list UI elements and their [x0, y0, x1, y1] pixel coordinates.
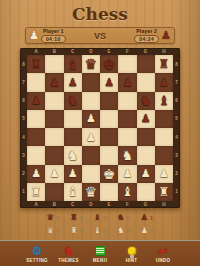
square-e2[interactable]: ♚ [100, 165, 118, 183]
square-e4[interactable] [100, 128, 118, 146]
square-g6[interactable]: ♞ [137, 92, 155, 110]
white-pawn: ♟ [68, 168, 78, 179]
square-d7[interactable] [82, 73, 100, 91]
captured-count: 0 [56, 228, 59, 234]
captured-white-rook: ♜0 [70, 227, 83, 235]
square-h7[interactable]: ♟ [155, 73, 173, 91]
black-knight: ♞ [67, 94, 79, 107]
menu-icon [95, 246, 106, 256]
square-b8[interactable] [45, 55, 63, 73]
square-b2[interactable]: ♟ [45, 165, 63, 183]
black-bishop-icon: ♝ [94, 214, 101, 222]
captured-white-pawn: ♟0 [141, 227, 154, 235]
white-pawn: ♟ [122, 168, 132, 179]
square-h5[interactable] [155, 110, 173, 128]
square-a8[interactable]: ♜ [27, 55, 45, 73]
captured-count: 0 [103, 215, 106, 221]
white-pawn-icon: ♟ [29, 30, 39, 41]
rank-labels-right: 87654321 [173, 55, 180, 201]
tray-expand-chevron-icon[interactable]: › [182, 216, 186, 227]
square-g1[interactable] [137, 183, 155, 201]
square-b3[interactable] [45, 146, 63, 164]
square-b4[interactable] [45, 128, 63, 146]
white-pawn-icon: ♟ [141, 227, 148, 235]
square-b5[interactable] [45, 110, 63, 128]
square-h1[interactable]: ♜ [155, 183, 173, 201]
captured-count: 0 [79, 228, 82, 234]
square-c5[interactable] [64, 110, 82, 128]
white-queen: ♛ [85, 184, 98, 198]
white-pawn: ♟ [49, 168, 59, 179]
square-a5[interactable] [27, 110, 45, 128]
black-knight-icon: ♞ [117, 214, 124, 222]
captured-black-row: ♛0♜0♝0♞0♟1 [18, 211, 182, 224]
square-c1[interactable]: ♝ [64, 183, 82, 201]
square-d8[interactable]: ♛ [82, 55, 100, 73]
square-g8[interactable] [137, 55, 155, 73]
file-labels-top: ABCDEFGH [27, 48, 173, 55]
black-king: ♚ [103, 57, 116, 71]
captured-white-knight: ♞0 [117, 227, 130, 235]
captured-count: 1 [150, 215, 153, 221]
captured-count: 0 [56, 215, 59, 221]
square-a3[interactable] [27, 146, 45, 164]
captured-count: 0 [103, 228, 106, 234]
black-pawn: ♟ [159, 76, 169, 87]
square-e5[interactable] [100, 110, 118, 128]
square-g5[interactable]: ♟ [137, 110, 155, 128]
black-rook: ♜ [158, 58, 169, 70]
setting-button[interactable]: ⚙ SETTING [24, 245, 50, 263]
captured-count: 0 [150, 228, 153, 234]
square-d3[interactable] [82, 146, 100, 164]
gear-icon: ⚙ [32, 245, 43, 257]
square-c6[interactable]: ♞ [64, 92, 82, 110]
captured-black-queen: ♛0 [47, 214, 60, 222]
square-a7[interactable] [27, 73, 45, 91]
chess-board: ♜♝♛♚♜♟♟♟♟♟♟♞♞♝♟♟♟♞♞♟♟♟♚♟♟♟♜♝♛♝♜ [27, 55, 173, 201]
square-f3[interactable]: ♞ [118, 146, 136, 164]
square-f6[interactable] [118, 92, 136, 110]
square-h8[interactable]: ♜ [155, 55, 173, 73]
square-h6[interactable]: ♝ [155, 92, 173, 110]
captured-count: 0 [126, 215, 129, 221]
captured-black-rook: ♜0 [70, 214, 83, 222]
captured-count: 0 [126, 228, 129, 234]
white-knight: ♞ [67, 148, 79, 161]
square-c2[interactable]: ♟ [64, 165, 82, 183]
square-f5[interactable] [118, 110, 136, 128]
black-pawn: ♟ [68, 76, 78, 87]
player2-name: Player 2 [136, 28, 157, 34]
square-d4[interactable]: ♟ [82, 128, 100, 146]
white-pawn: ♟ [141, 168, 151, 179]
captured-black-pawn: ♟1 [141, 214, 154, 222]
page-title: Chess [0, 4, 200, 24]
square-h2[interactable]: ♟ [155, 165, 173, 183]
square-f8[interactable] [118, 55, 136, 73]
captured-white-row: ♛0♜0♝0♞0♟0 [18, 224, 182, 237]
square-c8[interactable]: ♝ [64, 55, 82, 73]
square-g3[interactable] [137, 146, 155, 164]
square-f2[interactable]: ♟ [118, 165, 136, 183]
white-queen-icon: ♛ [47, 227, 54, 235]
white-bishop-icon: ♝ [94, 227, 101, 235]
black-queen: ♛ [85, 57, 98, 71]
square-e3[interactable] [100, 146, 118, 164]
black-pawn-icon: ♟ [161, 30, 171, 41]
captured-black-bishop: ♝0 [94, 214, 107, 222]
black-pawn: ♟ [104, 76, 114, 87]
captured-pieces-tray: ♛0♜0♝0♞0♟1 ♛0♜0♝0♞0♟0 › [18, 211, 182, 237]
square-h3[interactable] [155, 146, 173, 164]
chess-app: Chess ♟ Player 1 04:10 VS Player 2 04:24… [0, 0, 200, 266]
undo-icon: ↩ [158, 245, 168, 256]
white-rook: ♜ [158, 185, 169, 197]
square-e1[interactable] [100, 183, 118, 201]
square-c7[interactable]: ♟ [64, 73, 82, 91]
menu-button[interactable]: MENU [87, 245, 113, 263]
player1-name: Player 1 [43, 28, 64, 34]
knight-icon: ♞ [63, 245, 74, 257]
themes-button[interactable]: ♞ THEMES [56, 245, 82, 263]
captured-count: 0 [79, 215, 82, 221]
white-pawn: ♟ [86, 131, 96, 142]
black-bishop: ♝ [67, 57, 79, 70]
white-pawn: ♟ [159, 168, 169, 179]
square-f1[interactable]: ♝ [118, 183, 136, 201]
vs-label: VS [94, 31, 106, 41]
square-a1[interactable]: ♜ [27, 183, 45, 201]
board-frame: ABCDEFGH ABCDEFGH 87654321 87654321 ♜♝♛♚… [20, 48, 180, 208]
captured-white-queen: ♛0 [47, 227, 60, 235]
square-c4[interactable] [64, 128, 82, 146]
undo-button[interactable]: ↩ UNDO [150, 245, 176, 263]
square-d6[interactable] [82, 92, 100, 110]
square-a4[interactable] [27, 128, 45, 146]
white-rook: ♜ [31, 185, 42, 197]
square-e6[interactable] [100, 92, 118, 110]
black-pawn-icon: ♟ [141, 214, 148, 222]
player1-clock: 04:10 [41, 35, 66, 43]
black-pawn: ♟ [49, 76, 59, 87]
black-queen-icon: ♛ [47, 214, 54, 222]
player-bar: ♟ Player 1 04:10 VS Player 2 04:24 ♟ [25, 27, 175, 44]
square-c3[interactable]: ♞ [64, 146, 82, 164]
square-f4[interactable] [118, 128, 136, 146]
square-d5[interactable]: ♟ [82, 110, 100, 128]
square-a6[interactable]: ♟ [27, 92, 45, 110]
square-g7[interactable] [137, 73, 155, 91]
square-h4[interactable] [155, 128, 173, 146]
white-rook-icon: ♜ [70, 227, 77, 235]
player2-clock: 04:24 [134, 35, 159, 43]
square-a2[interactable]: ♟ [27, 165, 45, 183]
square-b6[interactable] [45, 92, 63, 110]
square-e7[interactable]: ♟ [100, 73, 118, 91]
white-king: ♚ [103, 166, 116, 180]
square-d1[interactable]: ♛ [82, 183, 100, 201]
square-g4[interactable] [137, 128, 155, 146]
black-rook-icon: ♜ [70, 214, 77, 222]
file-labels-bottom: ABCDEFGH [27, 201, 173, 208]
player2-panel: Player 2 04:24 ♟ [134, 28, 171, 43]
black-pawn: ♟ [31, 95, 41, 106]
square-d2[interactable] [82, 165, 100, 183]
white-knight: ♞ [122, 148, 134, 161]
white-bishop: ♝ [67, 185, 79, 198]
captured-white-bishop: ♝0 [94, 227, 107, 235]
white-pawn: ♟ [86, 113, 96, 124]
captured-black-knight: ♞0 [117, 214, 130, 222]
rank-labels-left: 87654321 [20, 55, 27, 201]
black-pawn: ♟ [122, 76, 132, 87]
bulb-icon [128, 247, 136, 255]
player1-panel: ♟ Player 1 04:10 [29, 28, 66, 43]
black-knight: ♞ [140, 94, 152, 107]
black-pawn: ♟ [141, 113, 151, 124]
square-b7[interactable]: ♟ [45, 73, 63, 91]
square-f7[interactable]: ♟ [118, 73, 136, 91]
white-pawn: ♟ [31, 168, 41, 179]
white-knight-icon: ♞ [117, 227, 124, 235]
square-b1[interactable] [45, 183, 63, 201]
white-bishop: ♝ [122, 185, 134, 198]
square-e8[interactable]: ♚ [100, 55, 118, 73]
black-bishop: ♝ [158, 94, 170, 107]
square-g2[interactable]: ♟ [137, 165, 155, 183]
hint-button[interactable]: HINT [119, 245, 145, 263]
black-rook: ♜ [31, 58, 42, 70]
bottom-toolbar: ⚙ SETTING ♞ THEMES MENU HINT ↩ UNDO [0, 240, 200, 266]
